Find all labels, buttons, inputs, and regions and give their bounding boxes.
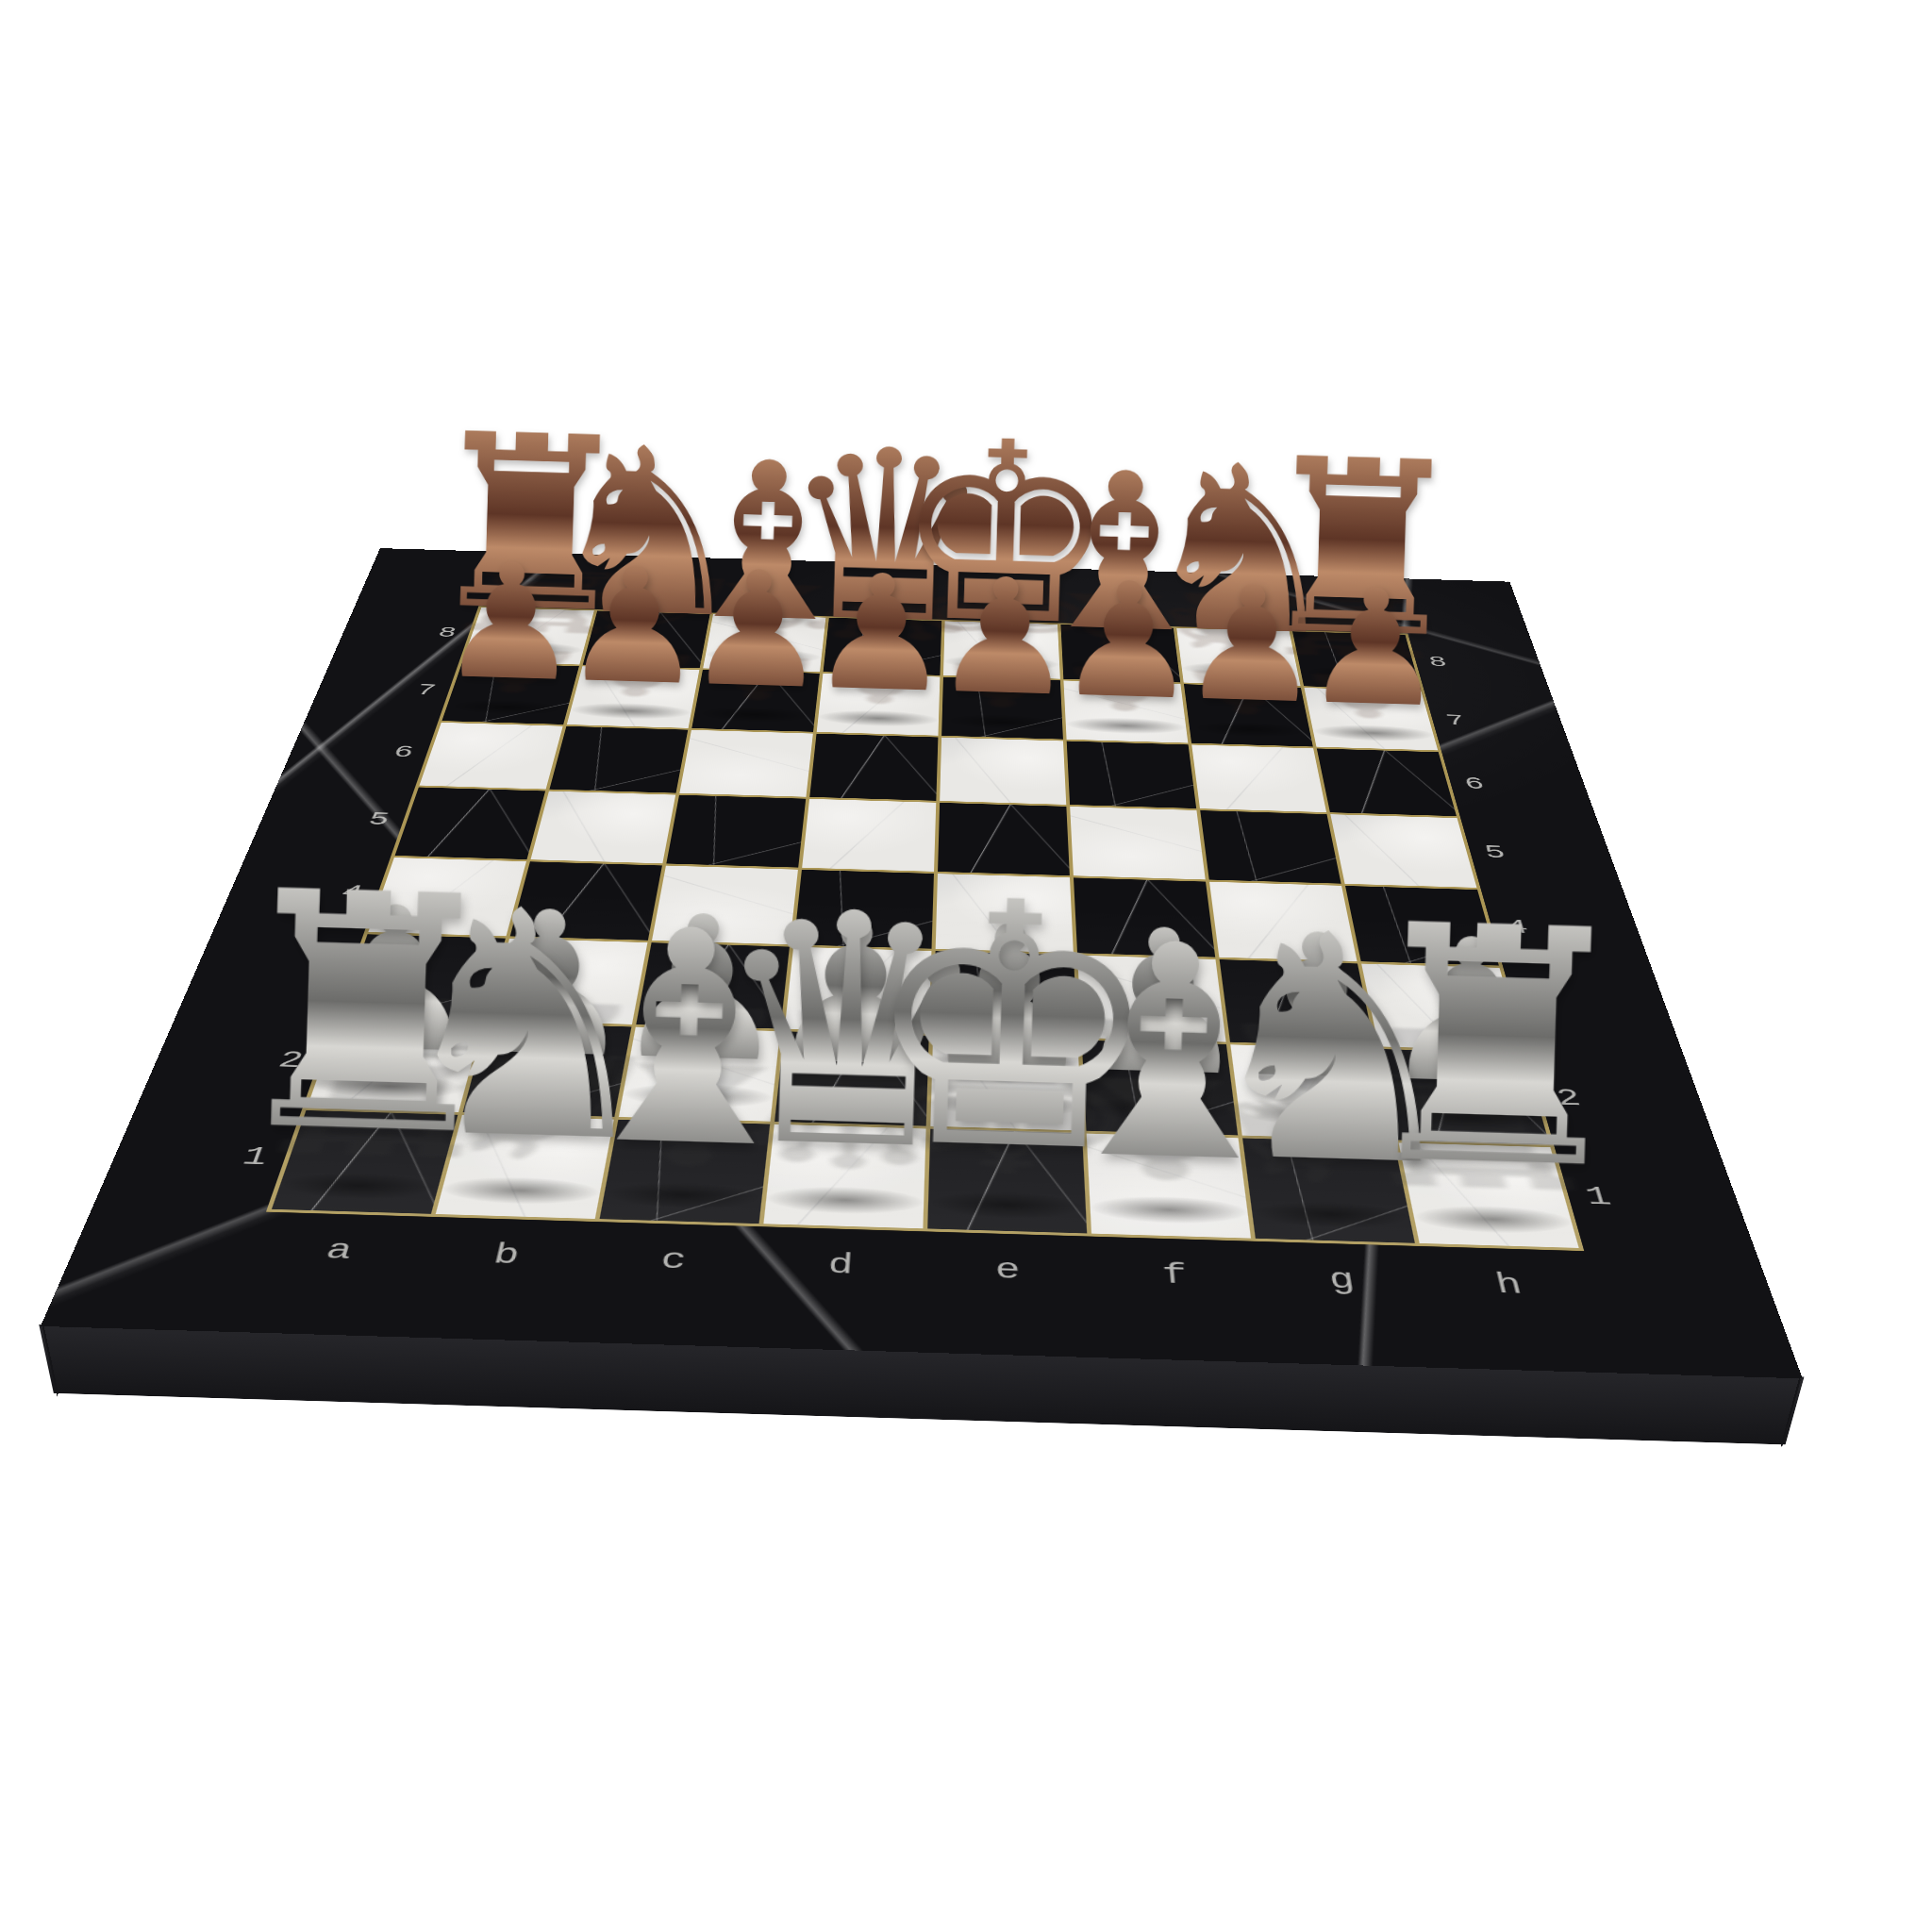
piece-white-rook-h1[interactable]: ♜ xyxy=(1324,881,1670,1216)
file-label-f: f xyxy=(1092,1259,1257,1292)
file-label-d: d xyxy=(758,1250,922,1283)
scene: abcdefgh1234567812345678♜♜♞♞♝♝♛♛♚♚♝♝♞♞♜♜… xyxy=(0,0,1932,1932)
square-c6[interactable] xyxy=(679,730,812,797)
square-d6[interactable] xyxy=(809,734,938,801)
square-e6[interactable] xyxy=(940,738,1066,805)
file-label-b: b xyxy=(422,1240,591,1273)
file-label-e: e xyxy=(926,1255,1090,1288)
board-rotation-wrap: abcdefgh1234567812345678♜♜♞♞♝♝♛♛♚♚♝♝♞♞♜♜… xyxy=(0,0,1932,1932)
file-label-c: c xyxy=(590,1244,757,1277)
square-a6[interactable] xyxy=(420,723,563,790)
file-label-h: h xyxy=(1424,1269,1594,1302)
square-b6[interactable] xyxy=(549,726,688,793)
pawn-glyph: ♟ xyxy=(1244,566,1507,732)
square-h6[interactable] xyxy=(1317,748,1457,816)
square-g6[interactable] xyxy=(1191,745,1326,813)
rook-glyph: ♜ xyxy=(1324,881,1670,1216)
board-side-front xyxy=(39,1324,1804,1444)
square-f6[interactable] xyxy=(1067,741,1196,808)
rank-label-left-6: 6 xyxy=(325,742,416,761)
file-label-a: a xyxy=(253,1235,424,1268)
piece-black-pawn-h7[interactable]: ♟ xyxy=(1244,566,1507,732)
file-label-g: g xyxy=(1258,1264,1425,1297)
rank-label-right-6: 6 xyxy=(1462,775,1553,794)
board-surface: abcdefgh1234567812345678♜♜♞♞♝♝♛♛♚♚♝♝♞♞♜♜… xyxy=(41,548,1803,1378)
